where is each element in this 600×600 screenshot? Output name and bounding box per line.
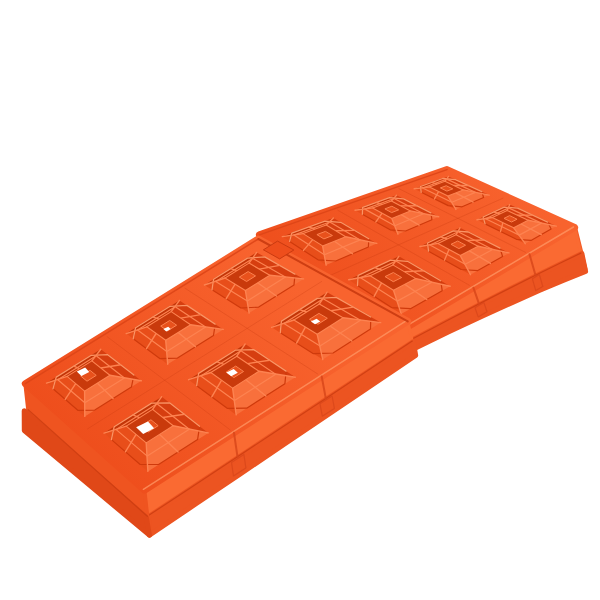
socket-rib bbox=[467, 240, 484, 241]
socket-rib bbox=[404, 271, 424, 272]
product-photo bbox=[0, 0, 600, 600]
leveling-blocks-illustration bbox=[0, 0, 600, 600]
